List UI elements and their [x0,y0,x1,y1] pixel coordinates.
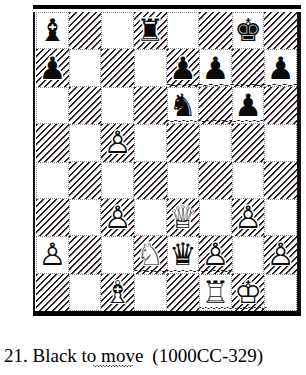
square-g3[interactable]: ♟♙ [232,199,265,236]
square-g7[interactable] [232,49,265,86]
square-a8[interactable]: ♝♝ [36,12,69,49]
square-b6[interactable] [69,87,102,124]
black-pawn[interactable]: ♟♟ [36,49,69,86]
square-a4[interactable] [36,162,69,199]
square-h3[interactable] [264,199,297,236]
square-e4[interactable] [167,162,200,199]
white-queen[interactable]: ♛♕ [167,199,200,236]
square-h2[interactable]: ♟♙ [264,236,297,273]
black-rook[interactable]: ♜♜ [134,12,167,49]
square-h1[interactable] [264,274,297,311]
piece-glyph: ♝ [36,12,69,49]
square-e1[interactable] [167,274,200,311]
piece-glyph: ♟ [199,49,232,86]
square-e7[interactable]: ♟♟ [167,49,200,86]
red-squiggle-underline-rank1 [199,306,267,310]
square-b1[interactable] [69,274,102,311]
square-g5[interactable] [232,124,265,161]
white-pawn[interactable]: ♟♙ [264,236,297,273]
piece-glyph: ♗ [101,274,134,311]
square-b3[interactable] [69,199,102,236]
piece-glyph: ♟ [167,49,200,86]
white-bishop[interactable]: ♝♗ [101,274,134,311]
caption-source: (1000CC-329) [152,345,263,366]
square-a2[interactable]: ♟♙ [36,236,69,273]
square-g2[interactable] [232,236,265,273]
piece-glyph: ♙ [36,236,69,273]
square-f3[interactable] [199,199,232,236]
board-right-border [297,12,301,311]
white-pawn[interactable]: ♟♙ [101,199,134,236]
square-f5[interactable] [199,124,232,161]
piece-glyph: ♕ [167,199,200,236]
black-pawn[interactable]: ♟♟ [199,49,232,86]
piece-glyph: ♟ [264,49,297,86]
square-c3[interactable]: ♟♙ [101,199,134,236]
square-e5[interactable] [167,124,200,161]
white-pawn[interactable]: ♟♙ [36,236,69,273]
square-c7[interactable] [101,49,134,86]
square-d7[interactable] [134,49,167,86]
piece-glyph: ♙ [101,199,134,236]
square-b4[interactable] [69,162,102,199]
square-b5[interactable] [69,124,102,161]
caption: 21. Black to move(1000CC-329) [4,345,304,367]
red-squiggle-underline-rank6 [166,119,264,123]
square-f7[interactable]: ♟♟ [199,49,232,86]
red-squiggle-underline-rank2 [134,269,232,273]
black-king[interactable]: ♚♚ [232,12,265,49]
white-pawn[interactable]: ♟♙ [232,199,265,236]
square-a1[interactable] [36,274,69,311]
square-f8[interactable] [199,12,232,49]
square-c5[interactable]: ♟♙ [101,124,134,161]
board-bottom-border [33,311,301,316]
square-h8[interactable] [264,12,297,49]
square-d5[interactable] [134,124,167,161]
square-f4[interactable] [199,162,232,199]
board-left-border [33,12,35,311]
square-e3[interactable]: ♛♕ [167,199,200,236]
square-g8[interactable]: ♚♚ [232,12,265,49]
piece-glyph: ♙ [264,236,297,273]
piece-glyph: ♜ [134,12,167,49]
piece-glyph: ♙ [101,124,134,161]
square-c4[interactable] [101,162,134,199]
square-d8[interactable]: ♜♜ [134,12,167,49]
square-d4[interactable] [134,162,167,199]
square-a6[interactable] [36,87,69,124]
square-g4[interactable] [232,162,265,199]
square-c1[interactable]: ♝♗ [101,274,134,311]
piece-glyph: ♚ [232,12,265,49]
square-h6[interactable] [264,87,297,124]
square-h4[interactable] [264,162,297,199]
square-b7[interactable] [69,49,102,86]
chess-diagram-page: ♝♝♜♜♚♚♟♟♟♟♟♟♟♟♞♞♟♟♟♙♟♙♛♕♟♙♟♙♞♘♛♛♟♙♟♙♝♗♜♖… [0,0,306,375]
square-b8[interactable] [69,12,102,49]
black-bishop[interactable]: ♝♝ [36,12,69,49]
square-d1[interactable] [134,274,167,311]
piece-glyph: ♙ [232,199,265,236]
square-a3[interactable] [36,199,69,236]
square-b2[interactable] [69,236,102,273]
chess-board: ♝♝♜♜♚♚♟♟♟♟♟♟♟♟♞♞♟♟♟♙♟♙♛♕♟♙♟♙♞♘♛♛♟♙♟♙♝♗♜♖… [36,12,297,311]
black-pawn[interactable]: ♟♟ [264,49,297,86]
square-h5[interactable] [264,124,297,161]
caption-text: 21. Black to move [4,345,143,366]
black-pawn[interactable]: ♟♟ [167,49,200,86]
square-d6[interactable] [134,87,167,124]
board-top-border [33,5,301,9]
piece-glyph: ♟ [36,49,69,86]
square-a7[interactable]: ♟♟ [36,49,69,86]
red-squiggle-underline-rank7 [166,83,298,87]
white-pawn[interactable]: ♟♙ [101,124,134,161]
square-d3[interactable] [134,199,167,236]
square-a5[interactable] [36,124,69,161]
square-h7[interactable]: ♟♟ [264,49,297,86]
square-c8[interactable] [101,12,134,49]
square-c6[interactable] [101,87,134,124]
square-c2[interactable] [101,236,134,273]
square-e8[interactable] [167,12,200,49]
